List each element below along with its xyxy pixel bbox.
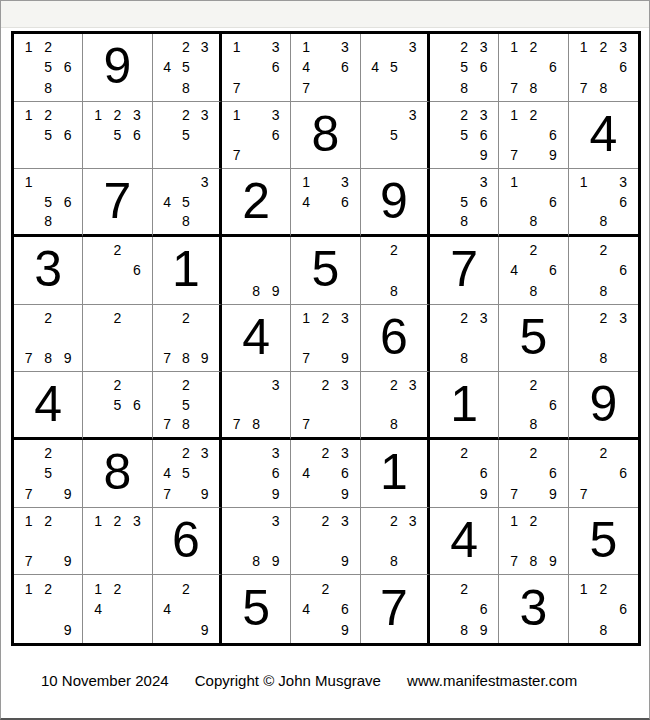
candidate-slot-1 (296, 443, 315, 463)
candidate-grid: 2679 (499, 440, 567, 507)
candidate-digit-7: 7 (574, 483, 594, 503)
candidate-digit-9: 9 (543, 483, 562, 503)
cell-r3c4[interactable]: 2 (222, 169, 291, 237)
cell-r2c8[interactable]: 12679 (499, 102, 568, 170)
cell-r5c7[interactable]: 238 (430, 305, 499, 373)
candidate-grid: 389 (222, 508, 290, 575)
candidate-digit-3: 3 (195, 443, 214, 463)
cell-r1c2[interactable]: 9 (83, 34, 152, 102)
candidate-digit-6: 6 (543, 463, 562, 483)
candidate-slot-8 (454, 145, 473, 165)
candidate-digit-2: 2 (38, 37, 57, 57)
cell-r2c2[interactable]: 12356 (83, 102, 152, 170)
candidate-grid: 23568 (430, 34, 498, 101)
candidate-digit-8: 8 (176, 348, 195, 368)
cell-r3c6[interactable]: 9 (361, 169, 430, 237)
candidate-slot-4 (504, 57, 523, 77)
candidate-grid: 238 (569, 305, 638, 372)
cell-r6c3[interactable]: 2578 (153, 372, 222, 440)
candidate-digit-5: 5 (108, 125, 127, 145)
candidate-slot-4 (296, 395, 315, 415)
candidate-grid: 378 (222, 372, 290, 437)
candidate-slot-7 (366, 77, 385, 97)
candidate-digit-7: 7 (574, 77, 594, 97)
candidate-slot-5 (38, 328, 57, 348)
candidate-slot-1 (435, 172, 454, 192)
cell-r9c5[interactable]: 2469 (291, 575, 360, 643)
candidate-slot-4 (435, 57, 454, 77)
candidate-digit-2: 2 (108, 511, 127, 531)
candidate-slot-3 (543, 375, 562, 395)
candidate-digit-2: 2 (524, 375, 543, 395)
candidate-slot-9 (335, 77, 354, 97)
candidate-slot-3 (195, 578, 214, 599)
candidate-digit-4: 4 (296, 192, 315, 212)
candidate-digit-7: 7 (227, 414, 246, 434)
candidate-slot-5 (454, 328, 473, 348)
candidate-grid: 1268 (569, 575, 638, 643)
candidate-digit-2: 2 (176, 105, 195, 125)
candidate-grid: 2789 (153, 305, 219, 372)
candidate-grid: 238 (361, 372, 427, 437)
candidate-slot-5 (384, 531, 403, 551)
cell-r3c7[interactable]: 3568 (430, 169, 499, 237)
candidate-slot-4 (19, 599, 38, 620)
candidate-grid: 3568 (430, 169, 498, 234)
candidate-slot-6 (195, 125, 214, 145)
candidate-slot-7 (19, 145, 38, 165)
cell-r3c8[interactable]: 168 (499, 169, 568, 237)
candidate-digit-2: 2 (316, 443, 335, 463)
candidate-slot-8 (316, 77, 335, 97)
cell-r1c9[interactable]: 123678 (569, 34, 638, 102)
candidate-grid: 2 (83, 305, 151, 372)
solved-digit: 4 (34, 379, 62, 429)
candidate-digit-2: 2 (593, 308, 613, 328)
candidate-slot-8 (524, 483, 543, 503)
cell-r4c4[interactable]: 89 (222, 237, 291, 305)
candidate-digit-3: 3 (403, 105, 422, 125)
candidate-slot-1 (158, 37, 177, 57)
candidate-slot-7 (435, 619, 454, 640)
candidate-slot-4 (366, 125, 385, 145)
cell-r9c7[interactable]: 2689 (430, 575, 499, 643)
cell-r4c1[interactable]: 3 (14, 237, 83, 305)
candidate-slot-7 (19, 77, 38, 97)
candidate-slot-8 (384, 145, 403, 165)
cell-r2c9[interactable]: 4 (569, 102, 638, 170)
cell-r8c3[interactable]: 6 (153, 508, 222, 576)
candidate-slot-4 (227, 260, 246, 280)
candidate-digit-1: 1 (574, 578, 594, 599)
candidate-slot-9 (474, 348, 493, 368)
candidate-slot-7 (435, 348, 454, 368)
candidate-digit-3: 3 (474, 105, 493, 125)
candidate-grid: 2789 (14, 305, 82, 372)
candidate-digit-3: 3 (613, 37, 633, 57)
solved-digit: 1 (380, 447, 408, 497)
cell-r4c9[interactable]: 268 (569, 237, 638, 305)
candidate-digit-6: 6 (127, 395, 146, 415)
candidate-slot-7 (504, 280, 523, 300)
candidate-slot-3 (613, 240, 633, 260)
candidate-grid: 1368 (569, 169, 638, 234)
cell-r4c3[interactable]: 1 (153, 237, 222, 305)
candidate-slot-5 (593, 599, 613, 620)
candidate-digit-9: 9 (543, 145, 562, 165)
cell-r5c9[interactable]: 238 (569, 305, 638, 373)
cell-r3c3[interactable]: 3458 (153, 169, 222, 237)
cell-r5c6[interactable]: 6 (361, 305, 430, 373)
solved-digit: 5 (312, 244, 340, 294)
candidate-digit-3: 3 (474, 172, 493, 192)
solved-digit: 3 (34, 244, 62, 294)
cell-r9c6[interactable]: 7 (361, 575, 430, 643)
cell-r1c3[interactable]: 23458 (153, 34, 222, 102)
candidate-slot-4 (504, 192, 523, 212)
cell-r9c4[interactable]: 5 (222, 575, 291, 643)
candidate-slot-6 (58, 599, 77, 620)
candidate-digit-2: 2 (524, 443, 543, 463)
cell-r1c7[interactable]: 23568 (430, 34, 499, 102)
cell-r8c8[interactable]: 12789 (499, 508, 568, 576)
candidate-slot-1 (504, 240, 523, 260)
candidate-slot-5 (524, 192, 543, 212)
cell-r4c7[interactable]: 7 (430, 237, 499, 305)
candidate-digit-2: 2 (384, 511, 403, 531)
candidate-slot-3 (543, 105, 562, 125)
candidate-slot-1 (435, 105, 454, 125)
candidate-digit-3: 3 (403, 375, 422, 395)
cell-r5c4[interactable]: 4 (222, 305, 291, 373)
cell-r1c5[interactable]: 13467 (291, 34, 360, 102)
cell-r3c9[interactable]: 1368 (569, 169, 638, 237)
candidate-grid: 28 (361, 237, 427, 304)
candidate-slot-9 (58, 211, 77, 231)
candidate-digit-8: 8 (524, 77, 543, 97)
cell-r7c7[interactable]: 269 (430, 440, 499, 508)
candidate-slot-5 (246, 125, 265, 145)
candidate-slot-6 (127, 599, 146, 620)
cell-r8c9[interactable]: 5 (569, 508, 638, 576)
candidate-slot-7 (19, 211, 38, 231)
solved-digit: 1 (172, 244, 200, 294)
candidate-slot-5 (384, 395, 403, 415)
candidate-slot-1 (366, 240, 385, 260)
candidate-digit-5: 5 (454, 57, 473, 77)
cell-r8c5[interactable]: 239 (291, 508, 360, 576)
cell-r6c5[interactable]: 237 (291, 372, 360, 440)
cell-r8c6[interactable]: 238 (361, 508, 430, 576)
candidate-digit-3: 3 (474, 37, 493, 57)
candidate-slot-8 (38, 619, 57, 640)
candidate-slot-9 (127, 551, 146, 571)
candidate-slot-5 (593, 192, 613, 212)
candidate-digit-9: 9 (266, 280, 285, 300)
solved-digit: 3 (520, 583, 548, 633)
candidate-grid: 26 (83, 237, 151, 304)
candidate-digit-9: 9 (195, 483, 214, 503)
cell-r5c3[interactable]: 2789 (153, 305, 222, 373)
candidate-slot-3 (266, 240, 285, 260)
cell-r6c6[interactable]: 238 (361, 372, 430, 440)
cell-r6c1[interactable]: 4 (14, 372, 83, 440)
candidate-slot-1 (158, 578, 177, 599)
cell-r8c7[interactable]: 4 (430, 508, 499, 576)
candidate-digit-2: 2 (384, 375, 403, 395)
candidate-slot-9 (195, 145, 214, 165)
cell-r1c8[interactable]: 12678 (499, 34, 568, 102)
cell-r1c1[interactable]: 12568 (14, 34, 83, 102)
candidate-grid: 12678 (499, 34, 567, 101)
solved-digit: 4 (589, 109, 617, 159)
cell-r7c2[interactable]: 8 (83, 440, 152, 508)
candidate-digit-6: 6 (58, 125, 77, 145)
cell-r9c2[interactable]: 124 (83, 575, 152, 643)
cell-r3c2[interactable]: 7 (83, 169, 152, 237)
candidate-digit-7: 7 (158, 348, 177, 368)
candidate-digit-3: 3 (335, 375, 354, 395)
candidate-slot-7 (435, 211, 454, 231)
cell-r3c5[interactable]: 1346 (291, 169, 360, 237)
candidate-digit-6: 6 (613, 463, 633, 483)
candidate-slot-6 (58, 328, 77, 348)
candidate-digit-8: 8 (246, 414, 265, 434)
cell-r9c9[interactable]: 1268 (569, 575, 638, 643)
candidate-digit-3: 3 (613, 308, 633, 328)
cell-r7c8[interactable]: 2679 (499, 440, 568, 508)
candidate-slot-8 (38, 551, 57, 571)
candidate-digit-4: 4 (158, 463, 177, 483)
candidate-slot-5 (454, 463, 473, 483)
candidate-slot-7 (296, 619, 315, 640)
candidate-slot-3 (403, 240, 422, 260)
candidate-digit-1: 1 (19, 105, 38, 125)
cell-r6c4[interactable]: 378 (222, 372, 291, 440)
candidate-grid: 1367 (222, 34, 290, 101)
candidate-slot-6 (266, 531, 285, 551)
candidate-slot-5 (316, 599, 335, 620)
candidate-digit-3: 3 (266, 375, 285, 395)
candidate-slot-7 (158, 211, 177, 231)
candidate-slot-5 (524, 395, 543, 415)
candidate-slot-3 (474, 578, 493, 599)
cell-r9c8[interactable]: 3 (499, 575, 568, 643)
candidate-slot-9 (613, 77, 633, 97)
candidate-slot-7 (366, 145, 385, 165)
cell-r7c6[interactable]: 1 (361, 440, 430, 508)
cell-r1c6[interactable]: 345 (361, 34, 430, 102)
candidate-slot-7 (574, 211, 594, 231)
candidate-slot-6 (195, 463, 214, 483)
solved-digit: 6 (172, 515, 200, 565)
candidate-slot-2 (454, 172, 473, 192)
cell-r5c5[interactable]: 12379 (291, 305, 360, 373)
page-header-band (1, 1, 649, 28)
candidate-slot-3 (58, 511, 77, 531)
candidate-digit-9: 9 (58, 348, 77, 368)
candidate-digit-4: 4 (296, 57, 315, 77)
candidate-slot-2 (246, 37, 265, 57)
candidate-digit-2: 2 (593, 37, 613, 57)
candidate-slot-1 (435, 308, 454, 328)
cell-r7c5[interactable]: 23469 (291, 440, 360, 508)
cell-r2c1[interactable]: 1256 (14, 102, 83, 170)
candidate-digit-6: 6 (58, 192, 77, 212)
candidate-digit-7: 7 (227, 145, 246, 165)
candidate-digit-8: 8 (246, 280, 265, 300)
cell-r8c1[interactable]: 1279 (14, 508, 83, 576)
candidate-digit-3: 3 (403, 511, 422, 531)
cell-r7c3[interactable]: 234579 (153, 440, 222, 508)
cell-r8c2[interactable]: 123 (83, 508, 152, 576)
candidate-digit-4: 4 (366, 57, 385, 77)
candidate-slot-6 (266, 395, 285, 415)
cell-r4c2[interactable]: 26 (83, 237, 152, 305)
candidate-slot-8 (176, 145, 195, 165)
candidate-digit-6: 6 (266, 125, 285, 145)
candidate-digit-7: 7 (227, 77, 246, 97)
candidate-digit-5: 5 (454, 192, 473, 212)
cell-r6c9[interactable]: 9 (569, 372, 638, 440)
candidate-digit-7: 7 (504, 551, 523, 571)
candidate-slot-3 (543, 240, 562, 260)
candidate-digit-8: 8 (246, 551, 265, 571)
candidate-digit-9: 9 (335, 619, 354, 640)
candidate-slot-1 (158, 105, 177, 125)
candidate-digit-2: 2 (524, 511, 543, 531)
candidate-slot-9 (266, 77, 285, 97)
candidate-slot-3 (543, 37, 562, 57)
cell-r5c8[interactable]: 5 (499, 305, 568, 373)
candidate-slot-8 (246, 145, 265, 165)
cell-r7c4[interactable]: 369 (222, 440, 291, 508)
candidate-digit-9: 9 (474, 145, 493, 165)
candidate-slot-4 (88, 125, 107, 145)
candidate-slot-6 (195, 192, 214, 212)
cell-r8c4[interactable]: 389 (222, 508, 291, 576)
candidate-slot-1 (296, 375, 315, 395)
candidate-digit-6: 6 (335, 599, 354, 620)
candidate-slot-8 (108, 414, 127, 434)
cell-r5c1[interactable]: 2789 (14, 305, 83, 373)
cell-r5c2[interactable]: 2 (83, 305, 152, 373)
candidate-digit-7: 7 (158, 483, 177, 503)
cell-r4c6[interactable]: 28 (361, 237, 430, 305)
candidate-slot-4 (88, 395, 107, 415)
candidate-digit-2: 2 (38, 443, 57, 463)
cell-r6c8[interactable]: 268 (499, 372, 568, 440)
candidate-grid: 238 (430, 305, 498, 372)
candidate-slot-3 (195, 375, 214, 395)
candidate-digit-1: 1 (227, 105, 246, 125)
candidate-digit-6: 6 (613, 599, 633, 620)
candidate-digit-7: 7 (504, 77, 523, 97)
candidate-slot-4 (296, 531, 315, 551)
candidate-digit-3: 3 (335, 308, 354, 328)
candidate-grid: 23458 (153, 34, 219, 101)
candidate-digit-6: 6 (474, 463, 493, 483)
candidate-digit-6: 6 (127, 125, 146, 145)
candidate-digit-5: 5 (108, 395, 127, 415)
candidate-digit-9: 9 (474, 483, 493, 503)
candidate-slot-5 (593, 328, 613, 348)
candidate-slot-3 (543, 172, 562, 192)
candidate-slot-1 (19, 308, 38, 328)
candidate-slot-1 (366, 375, 385, 395)
candidate-slot-6 (266, 260, 285, 280)
candidate-grid: 345 (361, 34, 427, 101)
cell-r2c4[interactable]: 1367 (222, 102, 291, 170)
candidate-slot-3 (543, 511, 562, 531)
cell-r9c1[interactable]: 129 (14, 575, 83, 643)
candidate-slot-4 (504, 463, 523, 483)
footer-date: 10 November 2024 (41, 672, 169, 689)
cell-r7c1[interactable]: 2579 (14, 440, 83, 508)
cell-r7c9[interactable]: 267 (569, 440, 638, 508)
candidate-digit-6: 6 (543, 125, 562, 145)
cell-r4c8[interactable]: 2468 (499, 237, 568, 305)
candidate-slot-6 (335, 531, 354, 551)
candidate-slot-6 (195, 395, 214, 415)
candidate-digit-8: 8 (524, 414, 543, 434)
candidate-digit-1: 1 (296, 37, 315, 57)
candidate-digit-7: 7 (296, 77, 315, 97)
cell-r1c4[interactable]: 1367 (222, 34, 291, 102)
candidate-slot-1 (366, 511, 385, 531)
candidate-slot-4 (504, 531, 523, 551)
candidate-slot-3 (613, 443, 633, 463)
candidate-digit-3: 3 (127, 511, 146, 531)
cell-r2c6[interactable]: 35 (361, 102, 430, 170)
candidate-digit-9: 9 (266, 551, 285, 571)
cell-r2c3[interactable]: 235 (153, 102, 222, 170)
cell-r9c3[interactable]: 249 (153, 575, 222, 643)
cell-r3c1[interactable]: 1568 (14, 169, 83, 237)
candidate-slot-6 (403, 260, 422, 280)
cell-r4c5[interactable]: 5 (291, 237, 360, 305)
candidate-slot-5 (316, 328, 335, 348)
cell-r6c2[interactable]: 256 (83, 372, 152, 440)
candidate-slot-4 (574, 192, 594, 212)
candidate-slot-3 (58, 105, 77, 125)
candidate-digit-6: 6 (474, 192, 493, 212)
candidate-slot-9 (127, 348, 146, 368)
candidate-grid: 267 (569, 440, 638, 507)
candidate-slot-6 (195, 599, 214, 620)
cell-r2c7[interactable]: 23569 (430, 102, 499, 170)
candidate-slot-6 (335, 328, 354, 348)
candidate-slot-5 (316, 531, 335, 551)
candidate-digit-2: 2 (384, 240, 403, 260)
candidate-grid: 235 (153, 102, 219, 169)
candidate-slot-8 (316, 483, 335, 503)
candidate-slot-9 (127, 414, 146, 434)
candidate-digit-8: 8 (593, 619, 613, 640)
candidate-digit-4: 4 (88, 599, 107, 620)
candidate-slot-6 (127, 531, 146, 551)
candidate-digit-6: 6 (543, 260, 562, 280)
candidate-digit-3: 3 (195, 37, 214, 57)
candidate-digit-1: 1 (504, 172, 523, 192)
candidate-digit-2: 2 (524, 37, 543, 57)
candidate-grid: 237 (291, 372, 359, 437)
cell-r2c5[interactable]: 8 (291, 102, 360, 170)
cell-r6c7[interactable]: 1 (430, 372, 499, 440)
candidate-grid: 238 (361, 508, 427, 575)
candidate-slot-1 (574, 240, 594, 260)
candidate-slot-9 (195, 211, 214, 231)
